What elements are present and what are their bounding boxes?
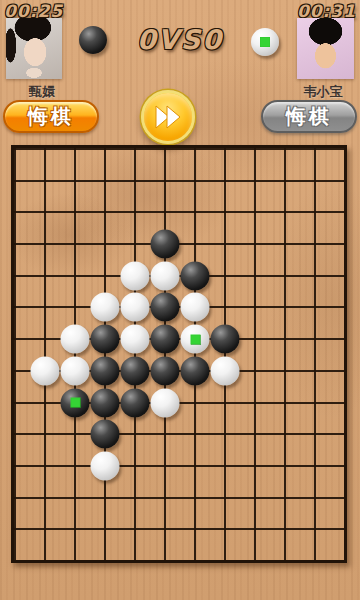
black-stone — [91, 420, 120, 449]
white-stone — [91, 451, 120, 480]
black-stone — [91, 388, 120, 417]
fast-forward-button[interactable] — [141, 90, 195, 144]
white-stone — [121, 261, 150, 290]
gomoku-app-screen: 00:25 00:31 0VS0 甄嬛 韦小宝 悔棋 悔棋 — [0, 0, 360, 600]
black-stone — [211, 325, 240, 354]
white-stone — [61, 356, 90, 385]
black-stone — [181, 261, 210, 290]
left-undo-button[interactable]: 悔棋 — [3, 100, 99, 133]
black-stone — [151, 356, 180, 385]
white-stone — [121, 293, 150, 322]
white-stone — [61, 325, 90, 354]
black-stone — [91, 356, 120, 385]
score-display: 0VS0 — [0, 24, 360, 55]
white-stone — [151, 388, 180, 417]
right-player-name: 韦小宝 — [281, 83, 360, 101]
board-grid[interactable] — [11, 145, 347, 563]
green-square-marker — [190, 334, 200, 344]
black-stone — [121, 388, 150, 417]
white-stone — [31, 356, 60, 385]
fast-forward-icon — [153, 104, 183, 130]
white-stone — [181, 293, 210, 322]
white-stone — [181, 325, 210, 354]
black-stone — [151, 325, 180, 354]
white-stone — [121, 325, 150, 354]
black-stone — [91, 325, 120, 354]
black-stone — [151, 293, 180, 322]
right-undo-button[interactable]: 悔棋 — [261, 100, 357, 133]
black-stone — [151, 230, 180, 259]
left-player-name: 甄嬛 — [0, 83, 84, 101]
white-stone — [211, 356, 240, 385]
white-stone — [151, 261, 180, 290]
black-stone — [121, 356, 150, 385]
green-square-marker — [70, 398, 80, 408]
black-stone — [61, 388, 90, 417]
white-stone — [91, 293, 120, 322]
black-stone — [181, 356, 210, 385]
